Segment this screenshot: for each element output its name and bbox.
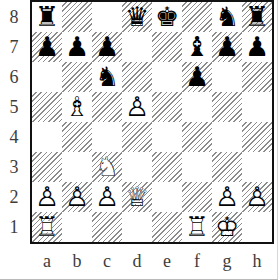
piece-outline: ♙ [92,182,122,212]
piece-white-knight-c3: ♞♘ [92,152,122,182]
rank-label-5: 5 [0,92,28,122]
square-g5[interactable] [212,92,242,122]
piece-black-pawn-a7: ♟ [32,32,62,62]
square-g8[interactable]: ♞ [212,2,242,32]
square-a4[interactable] [32,122,62,152]
square-b7[interactable]: ♟ [62,32,92,62]
square-a1[interactable]: ♜♖ [32,212,62,242]
square-d1[interactable] [122,212,152,242]
square-h1[interactable] [242,212,272,242]
square-b8[interactable] [62,2,92,32]
piece-outline: ♖ [182,212,212,242]
piece-white-pawn-b2: ♟♙ [62,182,92,212]
square-h6[interactable] [242,62,272,92]
file-label-f: f [182,246,212,276]
rank-label-1: 1 [0,212,28,242]
square-d3[interactable] [122,152,152,182]
square-c7[interactable]: ♟ [92,32,122,62]
square-f3[interactable] [182,152,212,182]
piece-glyph: ♝ [182,32,212,62]
piece-black-pawn-f6: ♟ [182,62,212,92]
piece-glyph: ♟ [212,32,242,62]
square-e5[interactable] [152,92,182,122]
piece-white-pawn-a2: ♟♙ [32,182,62,212]
piece-black-queen-d8: ♛ [122,2,152,32]
square-b6[interactable] [62,62,92,92]
piece-glyph: ♟ [62,32,92,62]
piece-white-king-g1: ♚♔ [212,212,242,242]
piece-outline: ♙ [122,92,152,122]
square-f8[interactable] [182,2,212,32]
file-label-c: c [92,246,122,276]
square-f2[interactable] [182,182,212,212]
square-f7[interactable]: ♝ [182,32,212,62]
piece-glyph: ♞ [92,62,122,92]
piece-outline: ♘ [92,152,122,182]
square-d6[interactable] [122,62,152,92]
piece-black-pawn-c7: ♟ [92,32,122,62]
square-e1[interactable] [152,212,182,242]
rank-labels: 87654321 [0,2,28,242]
square-g6[interactable] [212,62,242,92]
square-h4[interactable] [242,122,272,152]
piece-outline: ♙ [62,182,92,212]
piece-outline: ♙ [212,182,242,212]
square-a3[interactable] [32,152,62,182]
square-g3[interactable] [212,152,242,182]
square-g4[interactable] [212,122,242,152]
square-c3[interactable]: ♞♘ [92,152,122,182]
square-c2[interactable]: ♟♙ [92,182,122,212]
square-f1[interactable]: ♜♖ [182,212,212,242]
square-b2[interactable]: ♟♙ [62,182,92,212]
piece-glyph: ♛ [122,2,152,32]
square-b3[interactable] [62,152,92,182]
square-h7[interactable]: ♟ [242,32,272,62]
square-g1[interactable]: ♚♔ [212,212,242,242]
piece-outline: ♕ [122,182,152,212]
piece-glyph: ♜ [242,2,272,32]
square-d2[interactable]: ♛♕ [122,182,152,212]
piece-black-pawn-b7: ♟ [62,32,92,62]
square-f6[interactable]: ♟ [182,62,212,92]
piece-black-pawn-h7: ♟ [242,32,272,62]
square-a5[interactable] [32,92,62,122]
square-a2[interactable]: ♟♙ [32,182,62,212]
piece-white-pawn-d5: ♟♙ [122,92,152,122]
piece-white-pawn-h2: ♟♙ [242,182,272,212]
piece-glyph: ♟ [92,32,122,62]
piece-glyph: ♚ [152,2,182,32]
piece-black-knight-c6: ♞ [92,62,122,92]
piece-glyph: ♟ [242,32,272,62]
piece-outline: ♗ [62,92,92,122]
piece-outline: ♙ [32,182,62,212]
square-e2[interactable] [152,182,182,212]
piece-white-rook-a1: ♜♖ [32,212,62,242]
square-e3[interactable] [152,152,182,182]
file-label-g: g [212,246,242,276]
square-e6[interactable] [152,62,182,92]
piece-white-pawn-c2: ♟♙ [92,182,122,212]
piece-black-king-e8: ♚ [152,2,182,32]
square-b4[interactable] [62,122,92,152]
window-edge-right [277,0,278,280]
piece-glyph: ♟ [182,62,212,92]
chess-diagram: 87654321 ♜♛♚♞♜♟♟♟♝♟♟♞♟♝♗♟♙♞♘♟♙♟♙♟♙♛♕♟♙♟♙… [0,0,278,280]
rank-label-3: 3 [0,152,28,182]
file-label-a: a [32,246,62,276]
square-c1[interactable] [92,212,122,242]
square-f5[interactable] [182,92,212,122]
square-d7[interactable] [122,32,152,62]
piece-white-queen-d2: ♛♕ [122,182,152,212]
file-label-e: e [152,246,182,276]
piece-outline: ♙ [242,182,272,212]
square-c6[interactable]: ♞ [92,62,122,92]
piece-outline: ♖ [32,212,62,242]
piece-glyph: ♜ [32,2,62,32]
piece-glyph: ♞ [212,2,242,32]
piece-white-rook-f1: ♜♖ [182,212,212,242]
square-e8[interactable]: ♚ [152,2,182,32]
square-f4[interactable] [182,122,212,152]
piece-black-bishop-f7: ♝ [182,32,212,62]
square-b5[interactable]: ♝♗ [62,92,92,122]
chess-board: ♜♛♚♞♜♟♟♟♝♟♟♞♟♝♗♟♙♞♘♟♙♟♙♟♙♛♕♟♙♟♙♜♖♜♖♚♔ [30,0,274,244]
rank-label-8: 8 [0,2,28,32]
rank-label-7: 7 [0,32,28,62]
piece-black-knight-g8: ♞ [212,2,242,32]
file-label-h: h [242,246,272,276]
piece-white-bishop-b5: ♝♗ [62,92,92,122]
square-h8[interactable]: ♜ [242,2,272,32]
rank-label-2: 2 [0,182,28,212]
piece-outline: ♔ [212,212,242,242]
square-c4[interactable] [92,122,122,152]
rank-label-4: 4 [0,122,28,152]
piece-white-pawn-g2: ♟♙ [212,182,242,212]
square-h5[interactable] [242,92,272,122]
square-d4[interactable] [122,122,152,152]
square-b1[interactable] [62,212,92,242]
file-label-b: b [62,246,92,276]
rank-label-6: 6 [0,62,28,92]
piece-glyph: ♟ [32,32,62,62]
square-d8[interactable]: ♛ [122,2,152,32]
square-c8[interactable] [92,2,122,32]
square-e4[interactable] [152,122,182,152]
piece-black-rook-a8: ♜ [32,2,62,32]
square-h2[interactable]: ♟♙ [242,182,272,212]
piece-black-pawn-g7: ♟ [212,32,242,62]
square-d5[interactable]: ♟♙ [122,92,152,122]
square-a8[interactable]: ♜ [32,2,62,32]
square-c5[interactable] [92,92,122,122]
square-e7[interactable] [152,32,182,62]
square-g7[interactable]: ♟ [212,32,242,62]
file-label-d: d [122,246,152,276]
square-g2[interactable]: ♟♙ [212,182,242,212]
square-a7[interactable]: ♟ [32,32,62,62]
file-labels: abcdefgh [32,246,272,276]
square-h3[interactable] [242,152,272,182]
piece-black-rook-h8: ♜ [242,2,272,32]
square-a6[interactable] [32,62,62,92]
